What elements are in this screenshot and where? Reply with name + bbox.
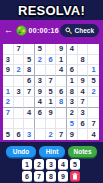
given-digit: 6 [70, 66, 74, 74]
cell-r3c4[interactable] [35, 65, 46, 76]
user-digit: 1 [6, 88, 10, 96]
given-digit: 4 [59, 66, 63, 74]
user-digit: 5 [70, 120, 74, 128]
cell-r9c5[interactable]: 2 [46, 129, 57, 140]
undo-button[interactable]: Undo [6, 146, 36, 157]
cell-r4c3[interactable]: 6 [24, 76, 35, 87]
toolbar: Undo Hint Notes [6, 146, 97, 157]
given-digit: 4 [27, 109, 31, 117]
cell-r4c4[interactable]: 3 [35, 76, 46, 87]
cell-r1c9[interactable] [88, 44, 99, 55]
cell-r2c6[interactable]: 1 [56, 55, 67, 66]
cell-r7c3[interactable]: 4 [24, 108, 35, 119]
cell-r6c3[interactable] [24, 97, 35, 108]
cell-r8c6[interactable] [56, 119, 67, 130]
cell-r1c2[interactable]: 7 [14, 44, 25, 55]
notes-button[interactable]: Notes [68, 146, 97, 157]
cell-r1c1[interactable] [3, 44, 14, 55]
cell-r7c1[interactable]: 7 [3, 108, 14, 119]
cell-r3c1[interactable]: 9 [3, 65, 14, 76]
cell-r6c9[interactable] [88, 97, 99, 108]
user-digit: 1 [92, 66, 96, 74]
cell-r9c8[interactable] [78, 129, 89, 140]
sudoku-app: RESOLVA! ← 00:00:16 Check 75943526189284… [0, 0, 103, 183]
given-digit: 9 [80, 77, 84, 85]
cell-r4c2[interactable] [14, 76, 25, 87]
given-digit: 4 [92, 131, 96, 139]
cell-r7c2[interactable] [14, 108, 25, 119]
trash-icon [72, 173, 78, 180]
given-digit: 2 [70, 109, 74, 117]
given-digit: 6 [59, 88, 63, 96]
cell-r6c4[interactable]: 4 [35, 97, 46, 108]
cell-r3c9[interactable]: 1 [88, 65, 99, 76]
given-digit: 9 [70, 131, 74, 139]
cell-r2c5[interactable]: 6 [46, 55, 57, 66]
cell-r4c1[interactable] [3, 76, 14, 87]
cell-r6c2[interactable] [14, 97, 25, 108]
cell-r4c9[interactable]: 5 [88, 76, 99, 87]
cell-r8c5[interactable] [46, 119, 57, 130]
page-title: RESOLVA! [0, 3, 103, 18]
given-digit: 3 [16, 88, 20, 96]
numpad-key-7[interactable]: 7 [34, 171, 44, 181]
given-digit: 6 [38, 109, 42, 117]
user-digit: 6 [48, 56, 52, 64]
cell-r7c8[interactable]: 3 [78, 108, 89, 119]
given-digit: 7 [59, 131, 63, 139]
cell-r9c2[interactable]: 6 [14, 129, 25, 140]
cell-r2c2[interactable] [14, 55, 25, 66]
numpad-key-2[interactable]: 2 [34, 159, 44, 169]
user-digit: 2 [6, 98, 10, 106]
cell-r7c9[interactable] [88, 108, 99, 119]
numpad: 123456789 [22, 159, 80, 181]
cell-r5c8[interactable]: 4 [78, 87, 89, 98]
cell-r6c1[interactable]: 2 [3, 97, 14, 108]
cell-r6c8[interactable]: 7 [78, 97, 89, 108]
sudoku-board: 7594352618928461637195137956842241837746… [3, 44, 99, 140]
given-digit: 3 [6, 56, 10, 64]
cell-r7c4[interactable]: 6 [35, 108, 46, 119]
cell-r1c4[interactable]: 5 [35, 44, 46, 55]
cell-r5c1[interactable]: 1 [3, 87, 14, 98]
numpad-key-8[interactable]: 8 [46, 171, 56, 181]
cell-r9c6[interactable]: 7 [56, 129, 67, 140]
given-digit: 5 [92, 77, 96, 85]
user-digit: 2 [38, 56, 42, 64]
given-digit: 8 [80, 56, 84, 64]
cell-r5c2[interactable]: 3 [14, 87, 25, 98]
given-digit: 5 [38, 45, 42, 53]
cell-r8c7[interactable]: 5 [67, 119, 78, 130]
cell-r9c9[interactable]: 4 [88, 129, 99, 140]
cell-r2c9[interactable] [88, 55, 99, 66]
given-digit: 1 [59, 56, 63, 64]
given-digit: 1 [70, 77, 74, 85]
cell-r1c7[interactable]: 4 [67, 44, 78, 55]
cell-r5c6[interactable]: 6 [56, 87, 67, 98]
given-digit: 8 [27, 66, 31, 74]
cell-r8c3[interactable] [24, 119, 35, 130]
user-digit: 2 [16, 66, 20, 74]
given-digit: 7 [48, 77, 52, 85]
given-digit: 3 [38, 77, 42, 85]
given-digit: 6 [27, 77, 31, 85]
cell-r5c4[interactable]: 9 [35, 87, 46, 98]
numpad-key-3[interactable]: 3 [46, 159, 56, 169]
cell-r9c1[interactable]: 5 [3, 129, 14, 140]
erase-key[interactable] [70, 171, 80, 181]
cell-r5c9[interactable]: 2 [88, 87, 99, 98]
given-digit: 5 [6, 131, 10, 139]
cell-r9c7[interactable]: 9 [67, 129, 78, 140]
cell-r3c2[interactable]: 2 [14, 65, 25, 76]
given-digit: 5 [48, 88, 52, 96]
cell-r3c3[interactable]: 8 [24, 65, 35, 76]
numpad-key-9[interactable]: 9 [58, 171, 68, 181]
numpad-key-1[interactable]: 1 [22, 159, 32, 169]
cell-r4c6[interactable] [56, 76, 67, 87]
cell-r2c3[interactable]: 5 [24, 55, 35, 66]
check-button[interactable]: Check [60, 24, 99, 37]
user-digit: 2 [92, 88, 96, 96]
cell-r2c7[interactable] [67, 55, 78, 66]
numpad-key-5[interactable]: 5 [70, 159, 80, 169]
given-digit: 5 [27, 56, 31, 64]
given-digit: 9 [6, 66, 10, 74]
cell-r1c3[interactable] [24, 44, 35, 55]
cell-r2c8[interactable]: 8 [78, 55, 89, 66]
cell-r1c6[interactable]: 9 [56, 44, 67, 55]
magnifier-icon [65, 27, 72, 34]
cell-r3c8[interactable] [78, 65, 89, 76]
cell-r5c7[interactable]: 8 [67, 87, 78, 98]
back-arrow-icon[interactable]: ← [4, 26, 13, 35]
cell-r8c1[interactable] [3, 119, 14, 130]
cell-r8c2[interactable] [14, 119, 25, 130]
cell-r8c8[interactable]: 6 [78, 119, 89, 130]
cell-r3c5[interactable] [46, 65, 57, 76]
header-bar: ← 00:00:16 Check [0, 20, 103, 41]
numpad-key-4[interactable]: 4 [58, 159, 68, 169]
cell-r9c3[interactable]: 3 [24, 129, 35, 140]
given-digit: 3 [70, 98, 74, 106]
user-digit: 3 [27, 131, 31, 139]
cell-r5c5[interactable]: 5 [46, 87, 57, 98]
cell-r3c6[interactable]: 4 [56, 65, 67, 76]
cell-r7c6[interactable] [56, 108, 67, 119]
cell-r4c5[interactable]: 7 [46, 76, 57, 87]
given-digit: 4 [70, 45, 74, 53]
cell-r4c7[interactable]: 1 [67, 76, 78, 87]
cell-r1c8[interactable] [78, 44, 89, 55]
given-digit: 9 [48, 109, 52, 117]
given-digit: 9 [59, 45, 63, 53]
given-digit: 9 [38, 88, 42, 96]
given-digit: 7 [80, 98, 84, 106]
cell-r7c5[interactable]: 9 [46, 108, 57, 119]
globe-icon[interactable] [16, 25, 27, 36]
cell-r2c4[interactable]: 2 [35, 55, 46, 66]
given-digit: 7 [16, 45, 20, 53]
cell-r8c9[interactable]: 7 [88, 119, 99, 130]
given-digit: 8 [70, 88, 74, 96]
cell-r6c6[interactable]: 8 [56, 97, 67, 108]
cell-r1c5[interactable] [46, 44, 57, 55]
cell-r7c7[interactable]: 2 [67, 108, 78, 119]
numpad-key-6[interactable]: 6 [22, 171, 32, 181]
user-digit: 7 [6, 109, 10, 117]
check-button-label: Check [74, 27, 94, 34]
user-digit: 8 [59, 98, 63, 106]
cell-r6c7[interactable]: 3 [67, 97, 78, 108]
cell-r5c3[interactable]: 7 [24, 87, 35, 98]
user-digit: 2 [48, 131, 52, 139]
timer: 00:00:16 [29, 27, 59, 34]
given-digit: 3 [80, 109, 84, 117]
given-digit: 4 [38, 98, 42, 106]
given-digit: 1 [48, 98, 52, 106]
given-digit: 7 [27, 88, 31, 96]
cell-r2c1[interactable]: 3 [3, 55, 14, 66]
given-digit: 6 [16, 131, 20, 139]
given-digit: 6 [80, 120, 84, 128]
cell-r3c7[interactable]: 6 [67, 65, 78, 76]
cell-r6c5[interactable]: 1 [46, 97, 57, 108]
given-digit: 4 [80, 88, 84, 96]
cell-r4c8[interactable]: 9 [78, 76, 89, 87]
cell-r8c4[interactable] [35, 119, 46, 130]
given-digit: 7 [92, 120, 96, 128]
hint-button[interactable]: Hint [39, 146, 65, 157]
cell-r9c4[interactable] [35, 129, 46, 140]
